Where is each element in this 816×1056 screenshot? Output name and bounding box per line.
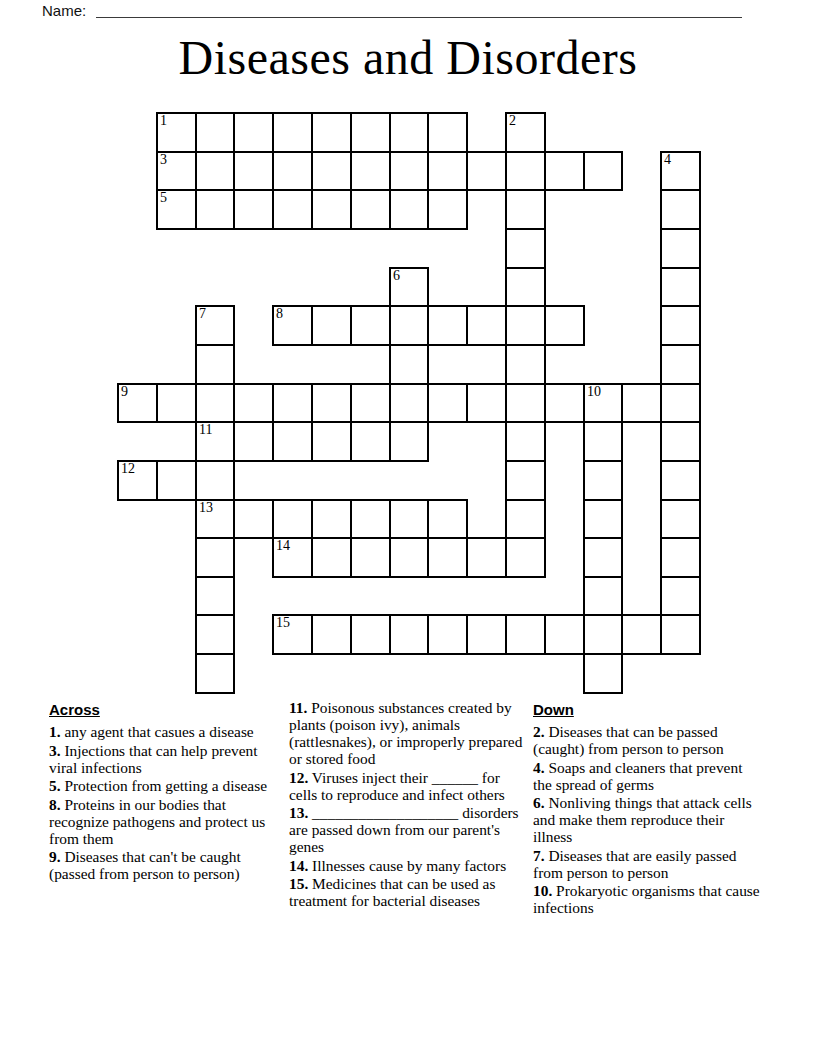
grid-cell-r10c5[interactable]: [311, 499, 352, 539]
cell-number: 3: [160, 152, 167, 167]
across-header: Across: [49, 701, 280, 718]
grid-cell-r7c6[interactable]: [350, 383, 391, 423]
grid-cell-r5c4[interactable]: 8: [272, 305, 313, 346]
grid-cell-r10c6[interactable]: [350, 499, 391, 539]
grid-cell-r7c1[interactable]: [156, 383, 197, 423]
cell-number: 4: [664, 152, 671, 167]
grid-cell-r7c5[interactable]: [311, 383, 352, 423]
grid-cell-r13c10[interactable]: [505, 614, 546, 655]
grid-cell-r12c14[interactable]: [660, 576, 701, 616]
grid-cell-r13c4[interactable]: 15: [272, 614, 313, 655]
grid-cell-r1c9[interactable]: [466, 151, 507, 191]
clue-item-13: 13. ___________________ disorders are pa…: [289, 804, 527, 855]
grid-cell-r1c1[interactable]: 3: [156, 151, 197, 191]
cell-number: 14: [276, 538, 290, 553]
grid-cell-r5c10[interactable]: [505, 305, 546, 346]
name-blank-line[interactable]: [96, 0, 742, 18]
grid-cell-r0c3[interactable]: [233, 112, 274, 153]
grid-cell-r2c5[interactable]: [311, 189, 352, 230]
down-header: Down: [533, 701, 761, 718]
grid-cell-r13c6[interactable]: [350, 614, 391, 655]
grid-cell-r13c2[interactable]: [195, 614, 235, 655]
grid-cell-r5c11[interactable]: [544, 305, 585, 346]
cell-number: 13: [199, 500, 213, 515]
grid-cell-r0c10[interactable]: 2: [505, 112, 546, 153]
grid-cell-r9c14[interactable]: [660, 460, 701, 501]
grid-cell-r2c1[interactable]: 5: [156, 189, 197, 230]
grid-cell-r5c14[interactable]: [660, 305, 701, 346]
grid-cell-r10c12[interactable]: [583, 499, 623, 539]
clue-item-15: 15. Medicines that can be used as treatm…: [289, 875, 527, 909]
grid-cell-r10c7[interactable]: [389, 499, 429, 539]
grid-cell-r14c12[interactable]: [583, 653, 623, 694]
grid-cell-r10c14[interactable]: [660, 499, 701, 539]
clue-number-label: 10.: [533, 882, 552, 899]
cell-number: 1: [160, 113, 167, 128]
grid-cell-r11c14[interactable]: [660, 537, 701, 578]
clue-number-label: 14.: [289, 857, 308, 874]
grid-cell-r7c11[interactable]: [544, 383, 585, 423]
grid-cell-r7c2[interactable]: [195, 383, 235, 423]
grid-cell-r0c7[interactable]: [389, 112, 429, 153]
grid-cell-r5c5[interactable]: [311, 305, 352, 346]
grid-cell-r2c10[interactable]: [505, 189, 546, 230]
clue-number-label: 13.: [289, 804, 308, 821]
grid-cell-r7c12[interactable]: 10: [583, 383, 623, 423]
grid-cell-r1c11[interactable]: [544, 151, 585, 191]
grid-cell-r1c14[interactable]: 4: [660, 151, 701, 191]
clue-number-label: 12.: [289, 769, 308, 786]
clue-item-5: 5. Protection from getting a disease: [49, 777, 280, 794]
grid-cell-r13c11[interactable]: [544, 614, 585, 655]
grid-cell-r13c12[interactable]: [583, 614, 623, 655]
grid-cell-r8c4[interactable]: [272, 421, 313, 462]
grid-cell-r8c7[interactable]: [389, 421, 429, 462]
grid-cell-r7c13[interactable]: [621, 383, 662, 423]
grid-cell-r0c5[interactable]: [311, 112, 352, 153]
grid-cell-r9c10[interactable]: [505, 460, 546, 501]
grid-cell-r5c2[interactable]: 7: [195, 305, 235, 346]
grid-cell-r1c6[interactable]: [350, 151, 391, 191]
grid-cell-r4c14[interactable]: [660, 267, 701, 307]
grid-cell-r12c2[interactable]: [195, 576, 235, 616]
grid-cell-r13c13[interactable]: [621, 614, 662, 655]
grid-cell-r9c0[interactable]: 12: [117, 460, 158, 501]
clue-item-12: 12. Viruses inject their ______ for cell…: [289, 769, 527, 803]
clue-item-7: 7. Diseases that are easily passed from …: [533, 847, 761, 881]
clue-item-2: 2. Diseases that can be passed (caught) …: [533, 723, 761, 757]
cell-number: 5: [160, 190, 167, 205]
clue-item-9: 9. Diseases that can't be caught (passed…: [49, 848, 280, 882]
grid-cell-r3c14[interactable]: [660, 228, 701, 269]
grid-cell-r8c14[interactable]: [660, 421, 701, 462]
grid-cell-r1c3[interactable]: [233, 151, 274, 191]
grid-cell-r5c7[interactable]: [389, 305, 429, 346]
clue-number-label: 6.: [533, 794, 545, 811]
grid-cell-r12c12[interactable]: [583, 576, 623, 616]
grid-cell-r13c5[interactable]: [311, 614, 352, 655]
grid-cell-r1c12[interactable]: [583, 151, 623, 191]
cell-number: 2: [509, 113, 516, 128]
grid-cell-r11c4[interactable]: 14: [272, 537, 313, 578]
grid-cell-r7c14[interactable]: [660, 383, 701, 423]
grid-cell-r14c2[interactable]: [195, 653, 235, 694]
grid-cell-r9c1[interactable]: [156, 460, 197, 501]
grid-cell-r2c3[interactable]: [233, 189, 274, 230]
cell-number: 12: [121, 461, 135, 476]
grid-cell-r13c9[interactable]: [466, 614, 507, 655]
clue-item-8: 8. Proteins in our bodies that recognize…: [49, 796, 280, 847]
worksheet-page: Name: Diseases and Disorders 12345678910…: [0, 0, 816, 1056]
grid-cell-r13c14[interactable]: [660, 614, 701, 655]
name-label: Name:: [42, 2, 86, 19]
cell-number: 9: [121, 384, 128, 399]
grid-cell-r8c2[interactable]: 11: [195, 421, 235, 462]
clue-number-label: 2.: [533, 723, 545, 740]
grid-cell-r2c2[interactable]: [195, 189, 235, 230]
grid-cell-r2c4[interactable]: [272, 189, 313, 230]
grid-cell-r6c14[interactable]: [660, 344, 701, 385]
grid-cell-r6c7[interactable]: [389, 344, 429, 385]
grid-cell-r8c10[interactable]: [505, 421, 546, 462]
cell-number: 11: [199, 422, 212, 437]
grid-cell-r11c12[interactable]: [583, 537, 623, 578]
grid-cell-r7c0[interactable]: 9: [117, 383, 158, 423]
grid-cell-r5c6[interactable]: [350, 305, 391, 346]
clue-item-1: 1. any agent that casues a disease: [49, 723, 280, 740]
grid-cell-r11c9[interactable]: [466, 537, 507, 578]
crossword-grid: 123456789101112131415: [117, 112, 703, 696]
grid-cell-r10c8[interactable]: [427, 499, 468, 539]
cell-number: 8: [276, 306, 283, 321]
grid-cell-r7c9[interactable]: [466, 383, 507, 423]
grid-cell-r11c10[interactable]: [505, 537, 546, 578]
grid-cell-r0c1[interactable]: 1: [156, 112, 197, 153]
grid-cell-r11c5[interactable]: [311, 537, 352, 578]
clue-number-label: 8.: [49, 796, 61, 813]
clue-number-label: 7.: [533, 847, 545, 864]
grid-cell-r11c7[interactable]: [389, 537, 429, 578]
grid-cell-r8c3[interactable]: [233, 421, 274, 462]
grid-cell-r7c3[interactable]: [233, 383, 274, 423]
cell-number: 15: [276, 615, 290, 630]
grid-cell-r1c2[interactable]: [195, 151, 235, 191]
clue-column-across-continued: 11. Poisonous substances created by plan…: [289, 699, 527, 911]
grid-cell-r10c10[interactable]: [505, 499, 546, 539]
grid-cell-r0c2[interactable]: [195, 112, 235, 153]
clue-number-label: 9.: [49, 848, 61, 865]
grid-cell-r8c12[interactable]: [583, 421, 623, 462]
clue-number-label: 1.: [49, 723, 61, 740]
grid-cell-r1c4[interactable]: [272, 151, 313, 191]
grid-cell-r5c8[interactable]: [427, 305, 468, 346]
grid-cell-r6c2[interactable]: [195, 344, 235, 385]
cell-number: 6: [393, 268, 400, 283]
grid-cell-r2c6[interactable]: [350, 189, 391, 230]
clue-item-4: 4. Soaps and cleaners that prevent the s…: [533, 759, 761, 793]
grid-cell-r10c4[interactable]: [272, 499, 313, 539]
clue-number-label: 3.: [49, 742, 61, 759]
grid-cell-r1c7[interactable]: [389, 151, 429, 191]
grid-cell-r2c7[interactable]: [389, 189, 429, 230]
grid-cell-r11c6[interactable]: [350, 537, 391, 578]
grid-cell-r0c4[interactable]: [272, 112, 313, 153]
clue-item-6: 6. Nonliving things that attack cells an…: [533, 794, 761, 845]
grid-cell-r9c2[interactable]: [195, 460, 235, 501]
grid-cell-r5c9[interactable]: [466, 305, 507, 346]
grid-cell-r8c6[interactable]: [350, 421, 391, 462]
clue-number-label: 4.: [533, 759, 545, 776]
grid-cell-r2c8[interactable]: [427, 189, 468, 230]
grid-cell-r13c7[interactable]: [389, 614, 429, 655]
grid-cell-r1c10[interactable]: [505, 151, 546, 191]
grid-cell-r11c8[interactable]: [427, 537, 468, 578]
page-title: Diseases and Disorders: [0, 30, 816, 86]
grid-cell-r1c8[interactable]: [427, 151, 468, 191]
grid-cell-r0c6[interactable]: [350, 112, 391, 153]
clue-column-across: Across1. any agent that casues a disease…: [49, 701, 280, 884]
cell-number: 7: [199, 306, 206, 321]
clue-number-label: 15.: [289, 875, 308, 892]
cell-number: 10: [587, 384, 601, 399]
grid-cell-r0c8[interactable]: [427, 112, 468, 153]
clue-item-14: 14. Illnesses cause by many factors: [289, 857, 527, 874]
grid-cell-r11c2[interactable]: [195, 537, 235, 578]
grid-cell-r2c14[interactable]: [660, 189, 701, 230]
clue-item-11: 11. Poisonous substances created by plan…: [289, 699, 527, 767]
clue-item-3: 3. Injections that can help prevent vira…: [49, 742, 280, 776]
grid-cell-r10c3[interactable]: [233, 499, 274, 539]
grid-cell-r3c10[interactable]: [505, 228, 546, 269]
grid-cell-r8c5[interactable]: [311, 421, 352, 462]
clue-item-10: 10. Prokaryotic organisms that cause inf…: [533, 882, 761, 916]
grid-cell-r4c10[interactable]: [505, 267, 546, 307]
clue-column-down: Down2. Diseases that can be passed (caug…: [533, 701, 761, 918]
grid-cell-r10c2[interactable]: 13: [195, 499, 235, 539]
grid-cell-r7c10[interactable]: [505, 383, 546, 423]
clue-number-label: 11.: [289, 699, 307, 716]
grid-cell-r7c7[interactable]: [389, 383, 429, 423]
grid-cell-r7c4[interactable]: [272, 383, 313, 423]
grid-cell-r9c12[interactable]: [583, 460, 623, 501]
grid-cell-r7c8[interactable]: [427, 383, 468, 423]
grid-cell-r4c7[interactable]: 6: [389, 267, 429, 307]
clue-number-label: 5.: [49, 777, 61, 794]
grid-cell-r13c8[interactable]: [427, 614, 468, 655]
grid-cell-r6c10[interactable]: [505, 344, 546, 385]
grid-cell-r1c5[interactable]: [311, 151, 352, 191]
